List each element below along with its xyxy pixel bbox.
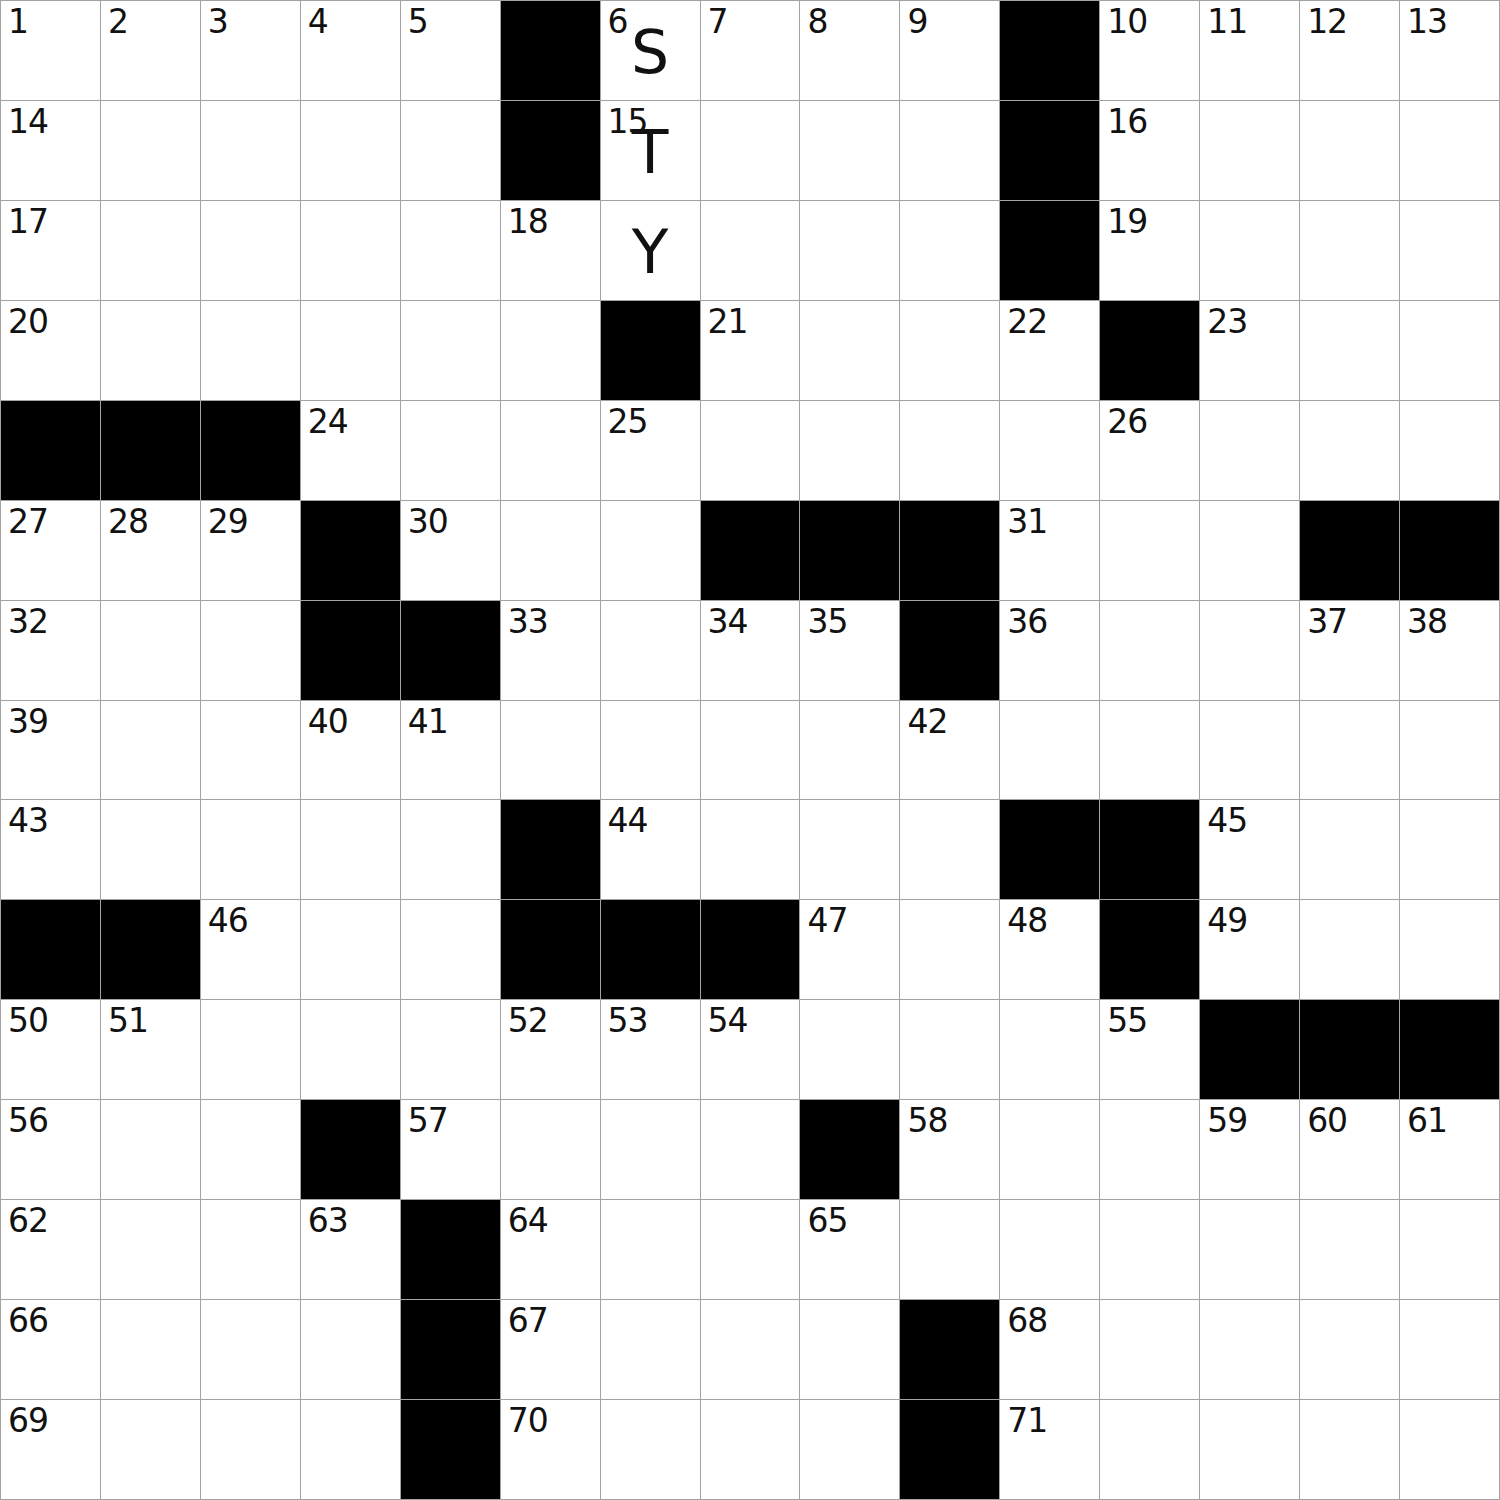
white-cell[interactable] [1300, 1300, 1399, 1399]
white-cell[interactable]: 14 [1, 101, 100, 200]
black-cell [401, 1300, 500, 1399]
clue-number: 22 [1007, 304, 1047, 340]
white-cell[interactable]: 49 [1200, 900, 1299, 999]
clue-number: 35 [807, 604, 847, 640]
clue-number: 36 [1007, 604, 1047, 640]
black-cell [301, 601, 400, 700]
black-cell [101, 900, 200, 999]
white-cell[interactable]: 53 [601, 1000, 700, 1099]
white-cell[interactable]: 64 [501, 1200, 600, 1299]
clue-number: 3 [208, 4, 228, 40]
white-cell[interactable] [1200, 201, 1299, 300]
white-cell[interactable] [101, 301, 200, 400]
clue-number: 62 [8, 1203, 48, 1239]
white-cell[interactable] [800, 301, 899, 400]
white-cell[interactable]: 54 [701, 1000, 800, 1099]
white-cell[interactable] [401, 800, 500, 899]
black-cell [601, 900, 700, 999]
white-cell[interactable] [1300, 701, 1399, 800]
white-cell[interactable]: Y [601, 201, 700, 300]
white-cell[interactable] [401, 101, 500, 200]
clue-number: 7 [708, 4, 728, 40]
white-cell[interactable] [1400, 401, 1499, 500]
clue-number: 50 [8, 1003, 48, 1039]
white-cell[interactable] [1400, 201, 1499, 300]
white-cell[interactable] [201, 101, 300, 200]
clue-number: 66 [8, 1303, 48, 1339]
white-cell[interactable] [1400, 800, 1499, 899]
white-cell[interactable]: 70 [501, 1400, 600, 1499]
white-cell[interactable] [301, 800, 400, 899]
black-cell [601, 301, 700, 400]
white-cell[interactable]: 48 [1000, 900, 1099, 999]
white-cell[interactable] [301, 900, 400, 999]
white-cell[interactable]: 20 [1, 301, 100, 400]
white-cell[interactable] [401, 301, 500, 400]
clue-number: 57 [408, 1103, 448, 1139]
white-cell[interactable]: 45 [1200, 800, 1299, 899]
clue-number: 17 [8, 204, 48, 240]
white-cell[interactable]: 4 [301, 1, 400, 100]
clue-number: 10 [1107, 4, 1147, 40]
black-cell [800, 1100, 899, 1199]
white-cell[interactable] [601, 601, 700, 700]
clue-number: 29 [208, 504, 248, 540]
white-cell[interactable] [1300, 401, 1399, 500]
clue-number: 5 [408, 4, 428, 40]
white-cell[interactable] [101, 800, 200, 899]
white-cell[interactable] [1200, 1200, 1299, 1299]
clue-number: 25 [608, 404, 648, 440]
white-cell[interactable] [201, 1200, 300, 1299]
white-cell[interactable] [1400, 900, 1499, 999]
white-cell[interactable]: 28 [101, 501, 200, 600]
white-cell[interactable] [201, 800, 300, 899]
white-cell[interactable]: 40 [301, 701, 400, 800]
white-cell[interactable]: 68 [1000, 1300, 1099, 1399]
white-cell[interactable] [900, 1000, 999, 1099]
clue-number: 9 [907, 4, 927, 40]
white-cell[interactable] [601, 1200, 700, 1299]
white-cell[interactable] [601, 1400, 700, 1499]
white-cell[interactable]: 5 [401, 1, 500, 100]
white-cell[interactable] [501, 1100, 600, 1199]
white-cell[interactable] [1100, 501, 1199, 600]
white-cell[interactable] [900, 201, 999, 300]
black-cell [900, 1400, 999, 1499]
clue-number: 32 [8, 604, 48, 640]
white-cell[interactable] [800, 1000, 899, 1099]
white-cell[interactable]: 38 [1400, 601, 1499, 700]
clue-number: 45 [1207, 803, 1247, 839]
white-cell[interactable]: 18 [501, 201, 600, 300]
clue-number: 49 [1207, 903, 1247, 939]
clue-number: 39 [8, 704, 48, 740]
white-cell[interactable] [301, 101, 400, 200]
white-cell[interactable] [401, 900, 500, 999]
white-cell[interactable] [1400, 101, 1499, 200]
white-cell[interactable] [101, 101, 200, 200]
black-cell [1100, 800, 1199, 899]
white-cell[interactable]: 32 [1, 601, 100, 700]
clue-number: 67 [508, 1303, 548, 1339]
white-cell[interactable] [201, 1300, 300, 1399]
clue-number: 60 [1307, 1103, 1347, 1139]
white-cell[interactable] [1000, 1000, 1099, 1099]
clue-number: 2 [108, 4, 128, 40]
white-cell[interactable] [1100, 1400, 1199, 1499]
white-cell[interactable] [101, 1400, 200, 1499]
white-cell[interactable] [301, 1400, 400, 1499]
white-cell[interactable]: 8 [800, 1, 899, 100]
white-cell[interactable] [601, 1300, 700, 1399]
white-cell[interactable]: 27 [1, 501, 100, 600]
white-cell[interactable] [101, 201, 200, 300]
clue-number: 19 [1107, 204, 1147, 240]
white-cell[interactable]: 66 [1, 1300, 100, 1399]
clue-number: 48 [1007, 903, 1047, 939]
white-cell[interactable] [701, 1300, 800, 1399]
white-cell[interactable] [201, 601, 300, 700]
white-cell[interactable] [1100, 1300, 1199, 1399]
white-cell[interactable]: 10 [1100, 1, 1199, 100]
clue-number: 38 [1407, 604, 1447, 640]
white-cell[interactable] [601, 701, 700, 800]
white-cell[interactable]: 55 [1100, 1000, 1199, 1099]
clue-number: 61 [1407, 1103, 1447, 1139]
clue-number: 70 [508, 1403, 548, 1439]
white-cell[interactable]: 6S [601, 1, 700, 100]
clue-number: 53 [608, 1003, 648, 1039]
white-cell[interactable] [1300, 900, 1399, 999]
clue-number: 18 [508, 204, 548, 240]
white-cell[interactable] [201, 1000, 300, 1099]
clue-number: 51 [108, 1003, 148, 1039]
white-cell[interactable]: 42 [900, 701, 999, 800]
clue-number: 23 [1207, 304, 1247, 340]
white-cell[interactable] [800, 401, 899, 500]
black-cell [1200, 1000, 1299, 1099]
white-cell[interactable] [1000, 401, 1099, 500]
clue-number: 30 [408, 504, 448, 540]
clue-number: 42 [907, 704, 947, 740]
white-cell[interactable] [701, 101, 800, 200]
clue-number: 63 [308, 1203, 348, 1239]
clue-number: 16 [1107, 104, 1147, 140]
black-cell [401, 601, 500, 700]
white-cell[interactable] [1000, 701, 1099, 800]
white-cell[interactable] [1400, 1300, 1499, 1399]
white-cell[interactable]: 47 [800, 900, 899, 999]
white-cell[interactable] [1300, 800, 1399, 899]
clue-number: 71 [1007, 1403, 1047, 1439]
black-cell [201, 401, 300, 500]
white-cell[interactable] [401, 401, 500, 500]
black-cell [800, 501, 899, 600]
white-cell[interactable]: 52 [501, 1000, 600, 1099]
white-cell[interactable] [900, 900, 999, 999]
white-cell[interactable] [800, 701, 899, 800]
white-cell[interactable] [601, 501, 700, 600]
white-cell[interactable]: 15T [601, 101, 700, 200]
black-cell [501, 900, 600, 999]
black-cell [301, 501, 400, 600]
white-cell[interactable]: 23 [1200, 301, 1299, 400]
white-cell[interactable]: 9 [900, 1, 999, 100]
white-cell[interactable] [1300, 1400, 1399, 1499]
white-cell[interactable] [301, 1000, 400, 1099]
white-cell[interactable] [1200, 701, 1299, 800]
white-cell[interactable] [900, 101, 999, 200]
white-cell[interactable] [701, 1400, 800, 1499]
clue-number: 28 [108, 504, 148, 540]
white-cell[interactable]: 34 [701, 601, 800, 700]
clue-number: 44 [608, 803, 648, 839]
white-cell[interactable] [1200, 601, 1299, 700]
white-cell[interactable]: 30 [401, 501, 500, 600]
white-cell[interactable]: 67 [501, 1300, 600, 1399]
clue-number: 34 [708, 604, 748, 640]
white-cell[interactable]: 31 [1000, 501, 1099, 600]
clue-number: 15 [608, 104, 648, 140]
white-cell[interactable] [201, 1400, 300, 1499]
clue-number: 64 [508, 1203, 548, 1239]
white-cell[interactable]: 39 [1, 701, 100, 800]
white-cell[interactable] [201, 301, 300, 400]
white-cell[interactable] [1200, 501, 1299, 600]
white-cell[interactable]: 13 [1400, 1, 1499, 100]
black-cell [1100, 301, 1199, 400]
white-cell[interactable]: 43 [1, 800, 100, 899]
white-cell[interactable]: 44 [601, 800, 700, 899]
white-cell[interactable] [301, 201, 400, 300]
white-cell[interactable] [1100, 1100, 1199, 1199]
white-cell[interactable] [1400, 1400, 1499, 1499]
fill-letter: S [631, 18, 669, 82]
white-cell[interactable] [800, 1300, 899, 1399]
clue-number: 31 [1007, 504, 1047, 540]
black-cell [701, 900, 800, 999]
white-cell[interactable] [701, 401, 800, 500]
clue-number: 12 [1307, 4, 1347, 40]
white-cell[interactable]: 69 [1, 1400, 100, 1499]
white-cell[interactable] [1400, 301, 1499, 400]
white-cell[interactable]: 71 [1000, 1400, 1099, 1499]
black-cell [1300, 501, 1399, 600]
white-cell[interactable] [501, 501, 600, 600]
white-cell[interactable] [1100, 701, 1199, 800]
white-cell[interactable] [101, 1100, 200, 1199]
clue-number: 24 [308, 404, 348, 440]
clue-number: 14 [8, 104, 48, 140]
clue-number: 13 [1407, 4, 1447, 40]
white-cell[interactable] [301, 1300, 400, 1399]
white-cell[interactable] [701, 701, 800, 800]
black-cell [701, 501, 800, 600]
clue-number: 47 [807, 903, 847, 939]
white-cell[interactable]: 33 [501, 601, 600, 700]
white-cell[interactable] [501, 401, 600, 500]
white-cell[interactable] [701, 1100, 800, 1199]
white-cell[interactable]: 60 [1300, 1100, 1399, 1199]
clue-number: 27 [8, 504, 48, 540]
white-cell[interactable]: 51 [101, 1000, 200, 1099]
clue-number: 52 [508, 1003, 548, 1039]
clue-number: 41 [408, 704, 448, 740]
black-cell [1000, 201, 1099, 300]
white-cell[interactable] [101, 701, 200, 800]
black-cell [401, 1200, 500, 1299]
white-cell[interactable]: 21 [701, 301, 800, 400]
white-cell[interactable] [1200, 1300, 1299, 1399]
white-cell[interactable] [101, 1200, 200, 1299]
white-cell[interactable] [1000, 1200, 1099, 1299]
clue-number: 59 [1207, 1103, 1247, 1139]
black-cell [1400, 1000, 1499, 1099]
clue-number: 69 [8, 1403, 48, 1439]
clue-number: 20 [8, 304, 48, 340]
clue-number: 46 [208, 903, 248, 939]
white-cell[interactable]: 24 [301, 401, 400, 500]
white-cell[interactable]: 26 [1100, 401, 1199, 500]
clue-number: 68 [1007, 1303, 1047, 1339]
white-cell[interactable] [1400, 701, 1499, 800]
black-cell [501, 101, 600, 200]
clue-number: 43 [8, 803, 48, 839]
black-cell [900, 501, 999, 600]
white-cell[interactable] [1300, 201, 1399, 300]
white-cell[interactable] [1300, 1200, 1399, 1299]
white-cell[interactable]: 46 [201, 900, 300, 999]
white-cell[interactable]: 63 [301, 1200, 400, 1299]
white-cell[interactable] [501, 701, 600, 800]
white-cell[interactable] [1100, 601, 1199, 700]
black-cell [900, 601, 999, 700]
clue-number: 65 [807, 1203, 847, 1239]
black-cell [501, 800, 600, 899]
white-cell[interactable]: 16 [1100, 101, 1199, 200]
white-cell[interactable]: 56 [1, 1100, 100, 1199]
white-cell[interactable]: 2 [101, 1, 200, 100]
white-cell[interactable]: 37 [1300, 601, 1399, 700]
white-cell[interactable] [1100, 1200, 1199, 1299]
white-cell[interactable] [401, 1000, 500, 1099]
white-cell[interactable] [101, 601, 200, 700]
white-cell[interactable] [1200, 101, 1299, 200]
white-cell[interactable]: 57 [401, 1100, 500, 1199]
clue-number: 55 [1107, 1003, 1147, 1039]
white-cell[interactable]: 41 [401, 701, 500, 800]
white-cell[interactable]: 58 [900, 1100, 999, 1199]
black-cell [401, 1400, 500, 1499]
clue-number: 26 [1107, 404, 1147, 440]
white-cell[interactable] [501, 301, 600, 400]
white-cell[interactable]: 65 [800, 1200, 899, 1299]
white-cell[interactable] [701, 201, 800, 300]
white-cell[interactable] [900, 401, 999, 500]
black-cell [1400, 501, 1499, 600]
white-cell[interactable] [1300, 301, 1399, 400]
black-cell [1, 401, 100, 500]
white-cell[interactable] [201, 1100, 300, 1199]
black-cell [900, 1300, 999, 1399]
white-cell[interactable]: 19 [1100, 201, 1199, 300]
black-cell [1300, 1000, 1399, 1099]
clue-number: 37 [1307, 604, 1347, 640]
black-cell [1000, 1, 1099, 100]
white-cell[interactable]: 62 [1, 1200, 100, 1299]
white-cell[interactable] [401, 201, 500, 300]
white-cell[interactable]: 61 [1400, 1100, 1499, 1199]
white-cell[interactable]: 22 [1000, 301, 1099, 400]
crossword-board: 123456S789101112131415T161718Y1920212223… [0, 0, 1500, 1500]
white-cell[interactable]: 50 [1, 1000, 100, 1099]
black-cell [1100, 900, 1199, 999]
black-cell [501, 1, 600, 100]
white-cell[interactable]: 17 [1, 201, 100, 300]
white-cell[interactable] [1000, 1100, 1099, 1199]
white-cell[interactable] [800, 101, 899, 200]
clue-number: 21 [708, 304, 748, 340]
white-cell[interactable] [201, 201, 300, 300]
white-cell[interactable] [1400, 1200, 1499, 1299]
white-cell[interactable] [1200, 1400, 1299, 1499]
white-cell[interactable] [201, 701, 300, 800]
white-cell[interactable] [900, 301, 999, 400]
clue-number: 1 [8, 4, 28, 40]
white-cell[interactable] [800, 800, 899, 899]
white-cell[interactable]: 1 [1, 1, 100, 100]
black-cell [101, 401, 200, 500]
white-cell[interactable] [601, 1100, 700, 1199]
clue-number: 6 [608, 4, 628, 40]
white-cell[interactable]: 11 [1200, 1, 1299, 100]
black-cell [1000, 101, 1099, 200]
white-cell[interactable]: 25 [601, 401, 700, 500]
white-cell[interactable] [900, 800, 999, 899]
clue-number: 11 [1207, 4, 1247, 40]
white-cell[interactable] [701, 1200, 800, 1299]
white-cell[interactable] [301, 301, 400, 400]
white-cell[interactable]: 12 [1300, 1, 1399, 100]
white-cell[interactable] [800, 1400, 899, 1499]
white-cell[interactable]: 36 [1000, 601, 1099, 700]
white-cell[interactable] [1300, 101, 1399, 200]
black-cell [1, 900, 100, 999]
clue-number: 40 [308, 704, 348, 740]
clue-number: 8 [807, 4, 827, 40]
clue-number: 54 [708, 1003, 748, 1039]
white-cell[interactable] [1200, 401, 1299, 500]
white-cell[interactable]: 3 [201, 1, 300, 100]
fill-letter: Y [632, 218, 669, 282]
black-cell [301, 1100, 400, 1199]
clue-number: 58 [907, 1103, 947, 1139]
clue-number: 4 [308, 4, 328, 40]
white-cell[interactable]: 29 [201, 501, 300, 600]
white-cell[interactable] [701, 800, 800, 899]
white-cell[interactable]: 59 [1200, 1100, 1299, 1199]
white-cell[interactable] [900, 1200, 999, 1299]
clue-number: 33 [508, 604, 548, 640]
black-cell [1000, 800, 1099, 899]
white-cell[interactable]: 7 [701, 1, 800, 100]
white-cell[interactable] [101, 1300, 200, 1399]
white-cell[interactable] [800, 201, 899, 300]
white-cell[interactable]: 35 [800, 601, 899, 700]
clue-number: 56 [8, 1103, 48, 1139]
